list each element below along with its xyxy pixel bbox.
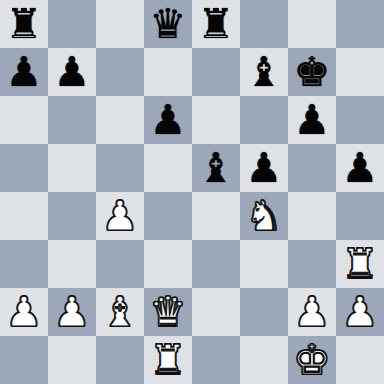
square-g5[interactable] (288, 144, 336, 192)
square-c8[interactable] (96, 0, 144, 48)
square-e8[interactable]: ♜ (192, 0, 240, 48)
square-h2[interactable]: ♟ (336, 288, 384, 336)
square-f4[interactable]: ♞ (240, 192, 288, 240)
square-h8[interactable] (336, 0, 384, 48)
square-d1[interactable]: ♜ (144, 336, 192, 384)
square-g1[interactable]: ♚ (288, 336, 336, 384)
square-d6[interactable]: ♟ (144, 96, 192, 144)
square-f7[interactable]: ♝ (240, 48, 288, 96)
black-pawn[interactable]: ♟ (246, 144, 283, 192)
square-c3[interactable] (96, 240, 144, 288)
square-h3[interactable]: ♜ (336, 240, 384, 288)
square-g4[interactable] (288, 192, 336, 240)
square-c2[interactable]: ♝ (96, 288, 144, 336)
square-f3[interactable] (240, 240, 288, 288)
square-b4[interactable] (48, 192, 96, 240)
square-d4[interactable] (144, 192, 192, 240)
white-pawn[interactable]: ♟ (342, 288, 379, 336)
square-a2[interactable]: ♟ (0, 288, 48, 336)
square-c5[interactable] (96, 144, 144, 192)
square-c4[interactable]: ♟ (96, 192, 144, 240)
white-pawn[interactable]: ♟ (294, 288, 331, 336)
square-f1[interactable] (240, 336, 288, 384)
square-g8[interactable] (288, 0, 336, 48)
white-rook[interactable]: ♜ (150, 336, 187, 384)
black-rook[interactable]: ♜ (6, 0, 43, 48)
square-e7[interactable] (192, 48, 240, 96)
square-b2[interactable]: ♟ (48, 288, 96, 336)
square-a7[interactable]: ♟ (0, 48, 48, 96)
white-pawn[interactable]: ♟ (6, 288, 43, 336)
square-c1[interactable] (96, 336, 144, 384)
square-b3[interactable] (48, 240, 96, 288)
black-pawn[interactable]: ♟ (342, 144, 379, 192)
square-c6[interactable] (96, 96, 144, 144)
square-f5[interactable]: ♟ (240, 144, 288, 192)
square-g6[interactable]: ♟ (288, 96, 336, 144)
square-f6[interactable] (240, 96, 288, 144)
white-pawn[interactable]: ♟ (102, 192, 139, 240)
square-h6[interactable] (336, 96, 384, 144)
square-d8[interactable]: ♛ (144, 0, 192, 48)
square-g3[interactable] (288, 240, 336, 288)
square-b5[interactable] (48, 144, 96, 192)
black-rook[interactable]: ♜ (198, 0, 235, 48)
square-a4[interactable] (0, 192, 48, 240)
square-d5[interactable] (144, 144, 192, 192)
square-a3[interactable] (0, 240, 48, 288)
black-bishop[interactable]: ♝ (246, 48, 283, 96)
square-e4[interactable] (192, 192, 240, 240)
square-g7[interactable]: ♚ (288, 48, 336, 96)
square-f2[interactable] (240, 288, 288, 336)
square-a6[interactable] (0, 96, 48, 144)
square-e2[interactable] (192, 288, 240, 336)
square-d2[interactable]: ♛ (144, 288, 192, 336)
square-h7[interactable] (336, 48, 384, 96)
square-h5[interactable]: ♟ (336, 144, 384, 192)
square-b8[interactable] (48, 0, 96, 48)
square-a1[interactable] (0, 336, 48, 384)
black-pawn[interactable]: ♟ (150, 96, 187, 144)
chess-board: ♜♛♜♟♟♝♚♟♟♝♟♟♟♞♜♟♟♝♛♟♟♜♚ (0, 0, 384, 384)
square-b6[interactable] (48, 96, 96, 144)
square-e5[interactable]: ♝ (192, 144, 240, 192)
black-king[interactable]: ♚ (294, 48, 331, 96)
chess-board-wrap: ♜♛♜♟♟♝♚♟♟♝♟♟♟♞♜♟♟♝♛♟♟♜♚ (0, 0, 384, 384)
square-e3[interactable] (192, 240, 240, 288)
square-h1[interactable] (336, 336, 384, 384)
square-b7[interactable]: ♟ (48, 48, 96, 96)
black-bishop[interactable]: ♝ (198, 144, 235, 192)
black-queen[interactable]: ♛ (150, 0, 187, 48)
square-a8[interactable]: ♜ (0, 0, 48, 48)
black-pawn[interactable]: ♟ (294, 96, 331, 144)
square-b1[interactable] (48, 336, 96, 384)
square-d3[interactable] (144, 240, 192, 288)
square-d7[interactable] (144, 48, 192, 96)
square-a5[interactable] (0, 144, 48, 192)
black-pawn[interactable]: ♟ (6, 48, 43, 96)
white-bishop[interactable]: ♝ (102, 288, 139, 336)
white-pawn[interactable]: ♟ (54, 288, 91, 336)
white-queen[interactable]: ♛ (150, 288, 187, 336)
black-pawn[interactable]: ♟ (54, 48, 91, 96)
white-king[interactable]: ♚ (294, 336, 331, 384)
square-g2[interactable]: ♟ (288, 288, 336, 336)
square-e1[interactable] (192, 336, 240, 384)
square-h4[interactable] (336, 192, 384, 240)
white-knight[interactable]: ♞ (246, 192, 283, 240)
square-c7[interactable] (96, 48, 144, 96)
white-rook[interactable]: ♜ (342, 240, 379, 288)
square-f8[interactable] (240, 0, 288, 48)
square-e6[interactable] (192, 96, 240, 144)
